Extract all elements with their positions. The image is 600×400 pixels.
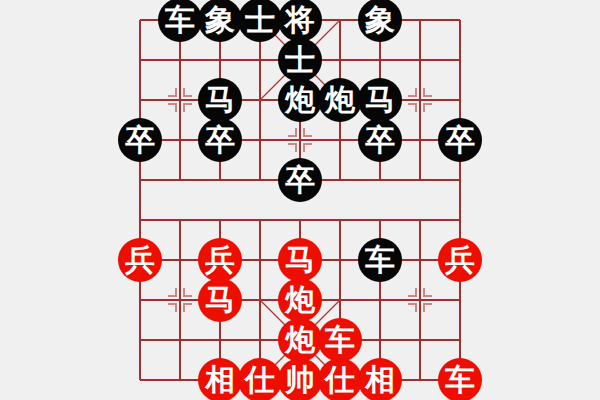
piece-black-soldier[interactable]: 卒 xyxy=(358,118,402,162)
piece-red-chariot[interactable]: 车 xyxy=(318,318,362,362)
piece-black-cannon[interactable]: 炮 xyxy=(278,78,322,122)
piece-black-chariot[interactable]: 车 xyxy=(358,238,402,282)
piece-red-soldier[interactable]: 兵 xyxy=(118,238,162,282)
piece-black-advisor[interactable]: 士 xyxy=(278,38,322,82)
piece-red-horse[interactable]: 马 xyxy=(198,278,242,322)
piece-red-general[interactable]: 帅 xyxy=(278,358,322,400)
piece-black-elephant[interactable]: 象 xyxy=(358,0,402,42)
piece-black-horse[interactable]: 马 xyxy=(198,78,242,122)
piece-black-soldier[interactable]: 卒 xyxy=(438,118,482,162)
piece-red-elephant[interactable]: 相 xyxy=(358,358,402,400)
piece-layer: 车象士将象士马炮炮马卒卒卒卒卒兵兵马车兵马炮炮车相仕帅仕相车 xyxy=(120,0,480,400)
piece-black-cannon[interactable]: 炮 xyxy=(318,78,362,122)
piece-black-elephant[interactable]: 象 xyxy=(198,0,242,42)
piece-black-soldier[interactable]: 卒 xyxy=(278,158,322,202)
piece-black-general[interactable]: 将 xyxy=(278,0,322,42)
piece-red-advisor[interactable]: 仕 xyxy=(318,358,362,400)
piece-black-chariot[interactable]: 车 xyxy=(158,0,202,42)
piece-black-soldier[interactable]: 卒 xyxy=(198,118,242,162)
piece-red-horse[interactable]: 马 xyxy=(278,238,322,282)
piece-red-soldier[interactable]: 兵 xyxy=(198,238,242,282)
xiangqi-board: 车象士将象士马炮炮马卒卒卒卒卒兵兵马车兵马炮炮车相仕帅仕相车 xyxy=(0,0,600,400)
piece-red-cannon[interactable]: 炮 xyxy=(278,318,322,362)
piece-red-soldier[interactable]: 兵 xyxy=(438,238,482,282)
piece-red-elephant[interactable]: 相 xyxy=(198,358,242,400)
piece-black-advisor[interactable]: 士 xyxy=(238,0,282,42)
piece-red-chariot[interactable]: 车 xyxy=(438,358,482,400)
piece-red-cannon[interactable]: 炮 xyxy=(278,278,322,322)
piece-black-horse[interactable]: 马 xyxy=(358,78,402,122)
piece-red-advisor[interactable]: 仕 xyxy=(238,358,282,400)
piece-black-soldier[interactable]: 卒 xyxy=(118,118,162,162)
